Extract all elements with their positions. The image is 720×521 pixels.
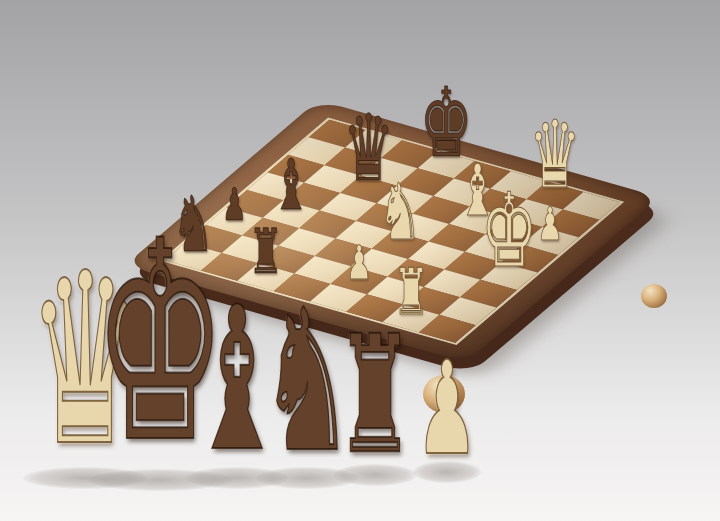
chess-set-photo: ♚♛♝♟♛♝♞♞♟♜♟♚♜ ♛♚♝♞♜♟ — [0, 0, 720, 521]
display-white-pawn: ♟ — [389, 344, 505, 473]
white-king-h4[interactable]: ♚ — [463, 180, 554, 282]
board-ball-foot — [641, 284, 667, 308]
